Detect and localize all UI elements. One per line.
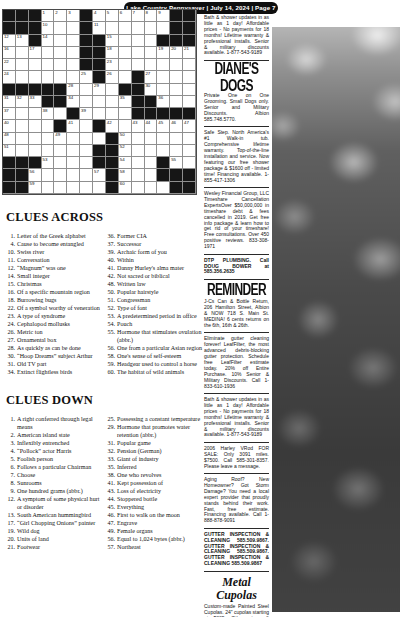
crossword-cell[interactable] xyxy=(42,71,55,83)
crossword-cell[interactable]: 47 xyxy=(183,120,196,132)
crossword-cell[interactable] xyxy=(132,145,145,157)
crossword-cell[interactable] xyxy=(132,182,145,194)
crossword-black-cell xyxy=(132,96,145,108)
clue: 32.Pension (German) xyxy=(106,447,206,455)
crossword-cell[interactable]: 30 xyxy=(145,84,158,96)
crossword-cell[interactable]: 36 xyxy=(157,96,170,108)
crossword-cell[interactable] xyxy=(132,169,145,181)
crossword-cell[interactable] xyxy=(157,71,170,83)
crossword-cell[interactable] xyxy=(67,182,80,194)
crossword-cell[interactable]: 6 xyxy=(119,10,132,22)
clue-number: 4. xyxy=(6,240,15,248)
clue: 9.One hundred grams (abbr.) xyxy=(6,487,104,495)
crossword-cell[interactable] xyxy=(80,84,93,96)
crossword-cell[interactable]: 38 xyxy=(42,108,55,120)
crossword-cell[interactable]: 11 xyxy=(93,22,106,34)
crossword-cell[interactable]: 9 xyxy=(157,10,170,22)
crossword-cell[interactable]: 23 xyxy=(106,59,119,71)
crossword-cell[interactable] xyxy=(80,169,93,181)
crossword-cell[interactable]: 35 xyxy=(119,96,132,108)
crossword-black-cell xyxy=(170,35,183,47)
classified-ad: REMINDERJ-Cs Can & Bottle Return, 206 Ha… xyxy=(204,279,269,333)
crossword-cell[interactable] xyxy=(54,108,67,120)
crossword-cell[interactable]: 21 xyxy=(183,47,196,59)
crossword-cell-number: 17 xyxy=(30,46,35,52)
crossword-cell[interactable]: 25 xyxy=(80,71,93,83)
clue: 22.Of a symbol worthy of veneration xyxy=(6,304,104,312)
clue: 54.Pouch xyxy=(106,320,206,328)
clue: 35.Inferred xyxy=(106,463,206,471)
crossword-cell-number: 5 xyxy=(107,10,109,16)
crossword-cell[interactable] xyxy=(54,145,67,157)
crossword-cell[interactable]: 1 xyxy=(42,10,55,22)
crossword-black-cell xyxy=(106,133,119,145)
crossword-cell[interactable] xyxy=(29,145,42,157)
clues-across-col1: 1.Letter of the Greek alphabet4.Cause to… xyxy=(6,232,104,376)
clue-number: 41. xyxy=(106,264,115,272)
clue: 41.Kept possession of xyxy=(106,479,206,487)
clue-number: 57. xyxy=(106,543,115,551)
crossword-cell-number: 43 xyxy=(133,120,138,126)
crossword-cell-number: 15 xyxy=(107,34,112,40)
crossword-cell[interactable]: 57 xyxy=(93,169,106,181)
crossword-cell[interactable]: 41 xyxy=(67,120,80,132)
crossword-cell[interactable] xyxy=(157,84,170,96)
classified-ad: DIANE'S DOGSPrivate One on One Grooming.… xyxy=(204,60,269,127)
crossword-cell-number: 52 xyxy=(120,144,125,150)
clues-across-title: CLUES ACROSS xyxy=(6,210,206,225)
crossword-cell-number: 60 xyxy=(120,181,125,187)
crossword-cell[interactable]: 34 xyxy=(67,96,80,108)
crossword-cell[interactable] xyxy=(119,22,132,34)
crossword-cell[interactable]: 18 xyxy=(106,47,119,59)
crossword-cell[interactable] xyxy=(80,182,93,194)
crossword-cell[interactable] xyxy=(67,35,80,47)
crossword-cell[interactable]: 7 xyxy=(132,10,145,22)
crossword-cell[interactable] xyxy=(16,108,29,120)
crossword-cell[interactable] xyxy=(119,47,132,59)
crossword-cell[interactable] xyxy=(42,120,55,132)
crossword-cell-number: 47 xyxy=(184,120,189,126)
crossword-cell[interactable] xyxy=(54,35,67,47)
clue-number: 6. xyxy=(6,463,15,471)
crossword-cell[interactable]: 46 xyxy=(170,120,183,132)
classified-ad: Eliminate gutter cleaning forever! LeafF… xyxy=(204,332,269,393)
crossword-cell[interactable] xyxy=(93,108,106,120)
clue-number: 45. xyxy=(106,503,115,511)
crossword-cell[interactable] xyxy=(80,96,93,108)
crossword-black-cell xyxy=(93,47,106,59)
crossword-cell[interactable]: 55 xyxy=(170,157,183,169)
crossword-cell-number: 30 xyxy=(145,83,150,89)
crossword-cell[interactable] xyxy=(16,120,29,132)
clue: 57.Northeast xyxy=(106,543,206,551)
crossword-cell-number: 31 xyxy=(4,95,9,101)
clues-across-col2: 36.Former CIA37.Successor39.Archaic form… xyxy=(106,232,206,376)
clue: 26.Metric ton xyxy=(6,328,104,336)
crossword-cell-number: 29 xyxy=(94,83,99,89)
crossword-cell[interactable] xyxy=(157,22,170,34)
crossword-cell[interactable] xyxy=(183,157,196,169)
clue-number: 9. xyxy=(6,487,15,495)
ad-body-text: 2006 Harley VRod FOR SALE: Only 3091 mil… xyxy=(204,446,269,470)
crossword-cell-number: 53 xyxy=(42,157,47,163)
crossword-cell[interactable] xyxy=(54,157,67,169)
clues-down-columns: 1.A right conferred through legal means2… xyxy=(6,415,206,551)
crossword-cell[interactable] xyxy=(145,47,158,59)
crossword-black-cell xyxy=(170,169,183,181)
crossword-cell-number: 25 xyxy=(81,71,86,77)
crossword-cell[interactable] xyxy=(93,133,106,145)
crossword-cell[interactable] xyxy=(145,35,158,47)
crossword-black-cell xyxy=(170,182,183,194)
crossword-cell[interactable] xyxy=(170,71,183,83)
crossword-cell[interactable] xyxy=(29,120,42,132)
crossword-cell[interactable] xyxy=(67,145,80,157)
clue: 1.Letter of the Greek alphabet xyxy=(6,232,104,240)
crossword-cell[interactable] xyxy=(145,169,158,181)
crossword-cell[interactable] xyxy=(29,108,42,120)
clue-number: 27. xyxy=(6,336,15,344)
clue: 43.Loss of electricity xyxy=(106,487,206,495)
crossword-cell[interactable]: 16 xyxy=(3,47,16,59)
crossword-black-cell xyxy=(132,71,145,83)
crossword-cell[interactable] xyxy=(93,182,106,194)
crossword-cell-number: 57 xyxy=(94,169,99,175)
crossword-black-cell xyxy=(183,10,196,22)
crossword-cell[interactable]: 56 xyxy=(29,169,42,181)
crossword-cell[interactable] xyxy=(132,47,145,59)
classified-ad: Metal CupolasCustom-made Painted Steel C… xyxy=(204,571,269,617)
crossword-cell[interactable]: 44 xyxy=(145,120,158,132)
crossword-cell-number: 22 xyxy=(4,59,9,65)
ad-heading: Metal Cupolas xyxy=(204,576,269,602)
clue: 10.Swiss river xyxy=(6,248,104,256)
crossword-cell[interactable]: 60 xyxy=(119,182,132,194)
crossword-cell[interactable]: 17 xyxy=(29,47,42,59)
clue-number: 32. xyxy=(106,447,115,455)
crossword-black-cell xyxy=(157,108,170,120)
crossword-cell[interactable] xyxy=(67,59,80,71)
clue-number: 18. xyxy=(6,296,15,304)
clue: 36.Former CIA xyxy=(106,232,206,240)
crossword-cell[interactable] xyxy=(183,96,196,108)
crossword-cell[interactable]: 13 xyxy=(16,35,29,47)
clue-number: 5. xyxy=(6,455,15,463)
crossword-black-cell xyxy=(54,84,67,96)
crossword-cell[interactable] xyxy=(54,182,67,194)
crossword-cell[interactable] xyxy=(67,169,80,181)
clue: 50.Popular hairstyle xyxy=(106,288,206,296)
crossword-cell[interactable] xyxy=(67,22,80,34)
classified-ad: Bath & shower updates in as little as 1 … xyxy=(204,12,269,60)
crossword-cell[interactable]: 19 xyxy=(157,47,170,59)
crossword-cell[interactable] xyxy=(67,157,80,169)
crossword-cell-number: 3 xyxy=(68,10,70,16)
clue: 20.Units of land xyxy=(6,535,104,543)
clue-number: 38. xyxy=(106,471,115,479)
crossword-cell[interactable] xyxy=(29,71,42,83)
clue-number: 17. xyxy=(6,519,15,527)
clue: 4.“Pollock” actor Harris xyxy=(6,447,104,455)
clue: 14.Small integer xyxy=(6,272,104,280)
clue-number: 51. xyxy=(106,296,115,304)
crossword-cell[interactable]: 4 xyxy=(93,10,106,22)
crossword-cell[interactable] xyxy=(29,59,42,71)
crossword-black-cell xyxy=(183,22,196,34)
crossword-cell[interactable] xyxy=(54,169,67,181)
classified-ad: Aging Roof? New Homeowner? Got Storm Dam… xyxy=(204,473,269,528)
crossword-cell-number: 55 xyxy=(171,157,176,163)
ad-body-text: Eliminate gutter cleaning forever! LeafF… xyxy=(204,336,269,389)
crossword-cell[interactable]: 5 xyxy=(106,10,119,22)
clue: 18.Burrowing bugs xyxy=(6,296,104,304)
crossword-cell[interactable]: 28 xyxy=(67,84,80,96)
clue: 1.A right conferred through legal means xyxy=(6,415,104,431)
crossword-cell[interactable] xyxy=(170,84,183,96)
crossword-cell[interactable]: 26 xyxy=(106,71,119,83)
crossword-cell[interactable]: 3 xyxy=(67,10,80,22)
crossword-cell[interactable] xyxy=(54,71,67,83)
crossword-cell[interactable] xyxy=(170,59,183,71)
crossword-cell[interactable]: 40 xyxy=(3,120,16,132)
crossword-cell[interactable]: 39 xyxy=(80,108,93,120)
clue: 40.Within xyxy=(106,256,206,264)
clues-across-section: CLUES ACROSS 1.Letter of the Greek alpha… xyxy=(6,210,206,376)
crossword-cell[interactable] xyxy=(132,133,145,145)
crossword-black-cell xyxy=(67,108,80,120)
crossword-cell[interactable]: 12 xyxy=(3,35,16,47)
crossword-cell-number: 35 xyxy=(120,95,125,101)
crossword-cell[interactable] xyxy=(132,157,145,169)
crossword-cell[interactable]: 31 xyxy=(3,96,16,108)
crossword-cell[interactable]: 24 xyxy=(3,71,16,83)
crossword-cell[interactable] xyxy=(67,71,80,83)
crossword-black-cell xyxy=(157,35,170,47)
clues-down-title: CLUES DOWN xyxy=(6,393,206,408)
crossword-cell[interactable] xyxy=(170,133,183,145)
classified-ad: Bath & shower updates in as little as 1 … xyxy=(204,393,269,442)
clue-number: 12. xyxy=(6,495,15,503)
crossword-cell[interactable] xyxy=(54,59,67,71)
crossword-cell[interactable] xyxy=(16,47,29,59)
crossword-cell[interactable] xyxy=(16,59,29,71)
crossword-cell-number: 49 xyxy=(55,132,60,138)
crossword-cell-number: 46 xyxy=(171,120,176,126)
clue-number: 47. xyxy=(106,519,115,527)
crossword-black-cell xyxy=(16,22,29,34)
crossword-cell[interactable] xyxy=(119,120,132,132)
crossword-black-cell xyxy=(119,84,132,96)
crossword-cell[interactable] xyxy=(106,84,119,96)
crossword-cell[interactable] xyxy=(67,133,80,145)
crossword-cell[interactable]: 22 xyxy=(3,59,16,71)
crossword-cell[interactable]: 52 xyxy=(119,145,132,157)
crossword-cell[interactable] xyxy=(42,182,55,194)
crossword-cell[interactable] xyxy=(16,133,29,145)
crossword-cell[interactable] xyxy=(183,84,196,96)
ad-body-text: Safe Step. North America's #1 Walk-in tu… xyxy=(204,130,269,183)
crossword-black-cell xyxy=(29,157,42,169)
crossword-cell[interactable] xyxy=(80,157,93,169)
crossword-cell[interactable] xyxy=(145,22,158,34)
clue-number: 48. xyxy=(106,280,115,288)
clue-number: 4. xyxy=(6,447,15,455)
clue: 49.Female organs xyxy=(106,527,206,535)
crossword-cell[interactable]: 8 xyxy=(145,10,158,22)
crossword-cell[interactable] xyxy=(119,71,132,83)
crossword-cell[interactable] xyxy=(16,145,29,157)
clue: 15.Christmas xyxy=(6,280,104,288)
crossword-black-cell xyxy=(3,10,16,22)
clue: 8.Sunrooms xyxy=(6,479,104,487)
crossword-cell[interactable]: 10 xyxy=(42,22,55,34)
clue-number: 12. xyxy=(6,264,15,272)
clue-number: 52. xyxy=(106,304,115,312)
crossword-cell-number: 44 xyxy=(145,120,150,126)
crossword-cell[interactable]: 43 xyxy=(132,120,145,132)
crossword-cell-number: 33 xyxy=(30,95,35,101)
crossword-cell[interactable] xyxy=(157,182,170,194)
crossword-cell[interactable]: 29 xyxy=(93,84,106,96)
crossword-cell[interactable] xyxy=(145,182,158,194)
crossword-black-cell xyxy=(29,35,42,47)
crossword-cell[interactable] xyxy=(106,22,119,34)
crossword-cell[interactable] xyxy=(54,22,67,34)
crossword-cell-number: 9 xyxy=(158,10,160,16)
crossword-cell[interactable] xyxy=(183,71,196,83)
clue: 6.Follows a particular Chairman xyxy=(6,463,104,471)
crossword-cell[interactable] xyxy=(119,59,132,71)
crossword-cell[interactable] xyxy=(145,145,158,157)
crossword-cell[interactable]: 42 xyxy=(106,120,119,132)
crossword-cell[interactable] xyxy=(145,157,158,169)
crossword-cell-number: 1 xyxy=(42,10,44,16)
crossword-cell[interactable]: 51 xyxy=(3,145,16,157)
crossword-black-cell xyxy=(93,71,106,83)
crossword-black-cell xyxy=(183,169,196,181)
crossword-cell[interactable] xyxy=(42,47,55,59)
clue-number: 59. xyxy=(106,360,115,368)
crossword-cell[interactable] xyxy=(157,145,170,157)
clue-number: 24. xyxy=(6,320,15,328)
crossword-cell[interactable] xyxy=(16,71,29,83)
crossword-cell-number: 34 xyxy=(68,95,73,101)
crossword-cell[interactable]: 54 xyxy=(119,157,132,169)
crossword-cell[interactable] xyxy=(29,133,42,145)
crossword-cell[interactable] xyxy=(157,59,170,71)
crossword-black-cell xyxy=(106,145,119,157)
clue: 31.Popular game xyxy=(106,439,206,447)
crossword-cell[interactable]: 2 xyxy=(54,10,67,22)
crossword-black-cell xyxy=(29,84,42,96)
clue: 7.Choose xyxy=(6,471,104,479)
crossword-cell[interactable]: 37 xyxy=(3,108,16,120)
crossword-cell[interactable] xyxy=(106,108,119,120)
crossword-cell[interactable]: 15 xyxy=(106,35,119,47)
crossword-cell[interactable] xyxy=(54,47,67,59)
crossword-cell[interactable]: 27 xyxy=(145,71,158,83)
crossword-cell-number: 2 xyxy=(55,10,57,16)
crossword-black-cell xyxy=(106,182,119,194)
crossword-cell[interactable] xyxy=(80,120,93,132)
crossword-black-cell xyxy=(3,169,16,181)
crossword-cell[interactable] xyxy=(67,47,80,59)
crossword-cell[interactable] xyxy=(42,169,55,181)
crossword-cell[interactable]: 20 xyxy=(170,47,183,59)
crossword-cell[interactable] xyxy=(80,133,93,145)
clue-number: 49. xyxy=(106,527,115,535)
crossword-cell[interactable] xyxy=(93,96,106,108)
clue: 12.“Magnum” was one xyxy=(6,264,104,272)
crossword-cell-number: 36 xyxy=(158,95,163,101)
clue-number: 56. xyxy=(106,535,115,543)
crossword-cell[interactable] xyxy=(119,108,132,120)
crossword-cell[interactable] xyxy=(183,145,196,157)
clue: 12.A symptom of some physical hurt or di… xyxy=(6,495,104,511)
crossword-cell[interactable] xyxy=(183,133,196,145)
clue: 4.Cause to become entangled xyxy=(6,240,104,248)
clue: 47.Engrave xyxy=(106,519,206,527)
crossword-cell[interactable] xyxy=(106,96,119,108)
crossword-cell[interactable] xyxy=(170,96,183,108)
crossword-cell[interactable] xyxy=(132,35,145,47)
crossword-cell-number: 45 xyxy=(158,120,163,126)
crossword-black-cell xyxy=(80,35,93,47)
crossword-cell[interactable]: 45 xyxy=(157,120,170,132)
crossword-cell[interactable]: 59 xyxy=(29,182,42,194)
clue: 19.Wild dog xyxy=(6,527,104,535)
crossword-cell[interactable]: 50 xyxy=(119,133,132,145)
crossword-cell[interactable]: 49 xyxy=(54,133,67,145)
crossword-cell-number: 19 xyxy=(158,46,163,52)
crossword-cell[interactable] xyxy=(132,59,145,71)
clue-number: 42. xyxy=(106,272,115,280)
crossword-black-cell xyxy=(80,10,93,22)
crossword-black-cell xyxy=(183,182,196,194)
clue-number: 43. xyxy=(106,487,115,495)
crossword-black-cell xyxy=(145,108,158,120)
crossword-cell[interactable] xyxy=(145,59,158,71)
crossword-cell[interactable] xyxy=(119,35,132,47)
clue-number: 8. xyxy=(6,479,15,487)
crossword-cell[interactable] xyxy=(42,145,55,157)
ad-body-text: Bath & shower updates in as little as 1 … xyxy=(204,397,269,438)
crossword-cell[interactable] xyxy=(42,59,55,71)
crossword-black-cell xyxy=(157,169,170,181)
crossword-cell-number: 41 xyxy=(68,120,73,126)
classified-ad: 2006 Harley VRod FOR SALE: Only 3091 mil… xyxy=(204,442,269,473)
crossword-cell[interactable]: 48 xyxy=(3,133,16,145)
crossword-cell[interactable]: 33 xyxy=(29,96,42,108)
crossword-cell[interactable] xyxy=(157,133,170,145)
crossword-cell[interactable]: 14 xyxy=(42,35,55,47)
clue: 27.Ornamental box xyxy=(6,336,104,344)
crossword-cell[interactable]: 58 xyxy=(119,169,132,181)
crossword-cell[interactable] xyxy=(145,133,158,145)
clue: 25.Possessing a constant temperature xyxy=(106,415,206,423)
crossword-cell[interactable] xyxy=(183,59,196,71)
clue-number: 2. xyxy=(6,431,15,439)
clue-number: 25. xyxy=(106,415,115,423)
crossword-cell[interactable]: 32 xyxy=(16,96,29,108)
crossword-cell[interactable] xyxy=(42,133,55,145)
crossword-cell[interactable] xyxy=(132,22,145,34)
crossword-cell[interactable]: 53 xyxy=(42,157,55,169)
clue: 34.Extinct flightless birds xyxy=(6,368,104,376)
crossword-cell[interactable] xyxy=(80,145,93,157)
crossword-cell[interactable] xyxy=(170,145,183,157)
